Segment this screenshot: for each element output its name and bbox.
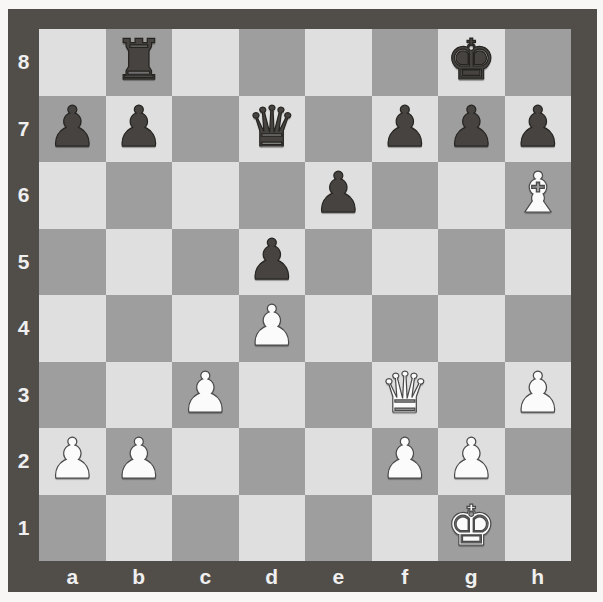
square-g8[interactable]: ♚ [438,29,505,96]
piece-white-pawn[interactable]: ♟ [114,431,164,487]
square-h8[interactable] [505,29,572,96]
rank-label-1: 1 [8,495,39,562]
file-label-f: f [372,561,439,592]
square-e7[interactable] [305,96,372,163]
square-a6[interactable] [39,162,106,229]
file-label-d: d [239,561,306,592]
square-h3[interactable]: ♟ [505,362,572,429]
piece-black-pawn[interactable]: ♟ [380,99,430,155]
square-a2[interactable]: ♟ [39,428,106,495]
piece-black-pawn[interactable]: ♟ [446,99,496,155]
file-label-b: b [106,561,173,592]
square-b2[interactable]: ♟ [106,428,173,495]
piece-black-pawn[interactable]: ♟ [513,99,563,155]
piece-white-bishop[interactable]: ♝ [513,165,563,221]
square-f1[interactable] [372,495,439,562]
rank-label-8: 8 [8,29,39,96]
piece-black-pawn[interactable]: ♟ [313,165,363,221]
square-b1[interactable] [106,495,173,562]
square-e4[interactable] [305,295,372,362]
piece-black-king[interactable]: ♚ [446,32,496,88]
piece-black-queen[interactable]: ♛ [247,99,297,155]
square-b4[interactable] [106,295,173,362]
square-c6[interactable] [172,162,239,229]
square-a5[interactable] [39,229,106,296]
square-g3[interactable] [438,362,505,429]
square-d2[interactable] [239,428,306,495]
square-f4[interactable] [372,295,439,362]
piece-white-king[interactable]: ♚ [446,498,496,554]
square-a3[interactable] [39,362,106,429]
piece-black-rook[interactable]: ♜ [114,32,164,88]
square-d3[interactable] [239,362,306,429]
square-h4[interactable] [505,295,572,362]
square-c4[interactable] [172,295,239,362]
rank-label-4: 4 [8,295,39,362]
square-a7[interactable]: ♟ [39,96,106,163]
square-f6[interactable] [372,162,439,229]
square-c1[interactable] [172,495,239,562]
square-d1[interactable] [239,495,306,562]
square-c2[interactable] [172,428,239,495]
square-a4[interactable] [39,295,106,362]
square-g6[interactable] [438,162,505,229]
file-label-g: g [438,561,505,592]
square-d5[interactable]: ♟ [239,229,306,296]
square-e1[interactable] [305,495,372,562]
square-f3[interactable]: ♛ [372,362,439,429]
square-b3[interactable] [106,362,173,429]
chess-board-frame: 87654321 ♜♚♟♟♛♟♟♟♟♝♟♟♟♛♟♟♟♟♟♚ abcdefgh [8,9,597,592]
square-e5[interactable] [305,229,372,296]
square-f7[interactable]: ♟ [372,96,439,163]
rank-labels: 87654321 [8,29,39,561]
square-h2[interactable] [505,428,572,495]
file-labels: abcdefgh [39,561,571,592]
square-f5[interactable] [372,229,439,296]
square-c3[interactable]: ♟ [172,362,239,429]
square-g4[interactable] [438,295,505,362]
rank-label-7: 7 [8,96,39,163]
piece-white-pawn[interactable]: ♟ [380,431,430,487]
square-h5[interactable] [505,229,572,296]
square-f8[interactable] [372,29,439,96]
square-e6[interactable]: ♟ [305,162,372,229]
piece-white-pawn[interactable]: ♟ [446,431,496,487]
piece-white-pawn[interactable]: ♟ [47,431,97,487]
square-g5[interactable] [438,229,505,296]
piece-white-pawn[interactable]: ♟ [247,298,297,354]
page-background: 87654321 ♜♚♟♟♛♟♟♟♟♝♟♟♟♛♟♟♟♟♟♚ abcdefgh [0,0,603,602]
chess-board[interactable]: ♜♚♟♟♛♟♟♟♟♝♟♟♟♛♟♟♟♟♟♚ [39,29,571,561]
square-d8[interactable] [239,29,306,96]
piece-white-pawn[interactable]: ♟ [513,365,563,421]
square-b5[interactable] [106,229,173,296]
square-c7[interactable] [172,96,239,163]
square-h6[interactable]: ♝ [505,162,572,229]
square-e3[interactable] [305,362,372,429]
square-g1[interactable]: ♚ [438,495,505,562]
file-label-c: c [172,561,239,592]
rank-label-3: 3 [8,362,39,429]
file-label-a: a [39,561,106,592]
file-label-h: h [505,561,572,592]
rank-label-5: 5 [8,229,39,296]
square-a1[interactable] [39,495,106,562]
piece-black-pawn[interactable]: ♟ [247,232,297,288]
piece-black-pawn[interactable]: ♟ [114,99,164,155]
square-a8[interactable] [39,29,106,96]
square-e8[interactable] [305,29,372,96]
square-d4[interactable]: ♟ [239,295,306,362]
square-h7[interactable]: ♟ [505,96,572,163]
rank-label-6: 6 [8,162,39,229]
piece-black-pawn[interactable]: ♟ [47,99,97,155]
piece-white-queen[interactable]: ♛ [380,365,430,421]
square-d7[interactable]: ♛ [239,96,306,163]
square-c8[interactable] [172,29,239,96]
square-b7[interactable]: ♟ [106,96,173,163]
square-f2[interactable]: ♟ [372,428,439,495]
square-e2[interactable] [305,428,372,495]
square-c5[interactable] [172,229,239,296]
square-b6[interactable] [106,162,173,229]
square-h1[interactable] [505,495,572,562]
piece-white-pawn[interactable]: ♟ [180,365,230,421]
square-g2[interactable]: ♟ [438,428,505,495]
square-g7[interactable]: ♟ [438,96,505,163]
rank-label-2: 2 [8,428,39,495]
file-label-e: e [305,561,372,592]
square-d6[interactable] [239,162,306,229]
square-b8[interactable]: ♜ [106,29,173,96]
